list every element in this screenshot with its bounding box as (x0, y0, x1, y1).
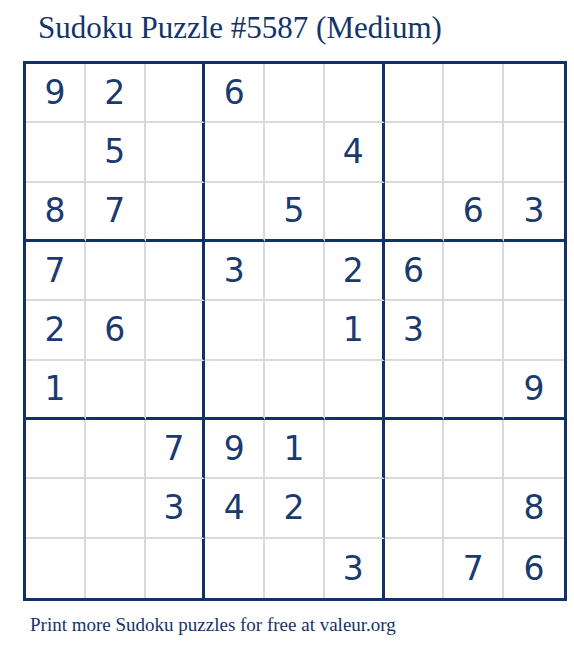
cell-r2c3-empty (146, 123, 206, 182)
cell-r7c1-empty (26, 420, 86, 479)
cell-r1c1-given: 9 (26, 64, 86, 123)
cell-r8c2-empty (86, 479, 146, 538)
cell-r4c1-given: 7 (26, 242, 86, 301)
cell-r7c5-given: 1 (265, 420, 325, 479)
cell-r3c7-empty (385, 183, 445, 242)
cell-r7c6-empty (325, 420, 385, 479)
cell-r9c1-empty (26, 539, 86, 598)
cell-r4c3-empty (146, 242, 206, 301)
cell-r4c9-empty (504, 242, 564, 301)
cell-r2c9-empty (504, 123, 564, 182)
cell-r4c7-given: 6 (385, 242, 445, 301)
cell-r1c7-empty (385, 64, 445, 123)
cell-r2c4-empty (205, 123, 265, 182)
cell-r2c1-empty (26, 123, 86, 182)
cell-r9c3-empty (146, 539, 206, 598)
cell-r7c7-empty (385, 420, 445, 479)
cell-r8c7-empty (385, 479, 445, 538)
cell-r3c2-given: 7 (86, 183, 146, 242)
cell-r3c9-given: 3 (504, 183, 564, 242)
cell-r6c3-empty (146, 361, 206, 420)
cell-r2c5-empty (265, 123, 325, 182)
cell-r5c2-given: 6 (86, 301, 146, 360)
cell-r6c5-empty (265, 361, 325, 420)
cell-r5c7-given: 3 (385, 301, 445, 360)
cell-r1c9-empty (504, 64, 564, 123)
cell-r2c8-empty (444, 123, 504, 182)
cell-r5c6-given: 1 (325, 301, 385, 360)
cell-r6c8-empty (444, 361, 504, 420)
cell-r8c5-given: 2 (265, 479, 325, 538)
cell-r2c6-given: 4 (325, 123, 385, 182)
cell-r4c4-given: 3 (205, 242, 265, 301)
cell-r9c5-empty (265, 539, 325, 598)
cell-r2c7-empty (385, 123, 445, 182)
cell-r5c3-empty (146, 301, 206, 360)
cell-r3c4-empty (205, 183, 265, 242)
cell-r5c4-empty (205, 301, 265, 360)
cell-r1c2-given: 2 (86, 64, 146, 123)
cell-r6c4-empty (205, 361, 265, 420)
sudoku-board: 926548756373262613197913428376 (23, 61, 567, 601)
cell-r6c7-empty (385, 361, 445, 420)
footer-text: Print more Sudoku puzzles for free at va… (30, 614, 396, 636)
page-title: Sudoku Puzzle #5587 (Medium) (38, 10, 442, 46)
cell-r8c6-empty (325, 479, 385, 538)
cell-r8c9-given: 8 (504, 479, 564, 538)
cell-r7c4-given: 9 (205, 420, 265, 479)
cell-r3c6-empty (325, 183, 385, 242)
cell-r5c5-empty (265, 301, 325, 360)
cell-r1c5-empty (265, 64, 325, 123)
cell-r8c4-given: 4 (205, 479, 265, 538)
cell-r6c6-empty (325, 361, 385, 420)
cell-r6c2-empty (86, 361, 146, 420)
cell-r4c2-empty (86, 242, 146, 301)
cell-r9c4-empty (205, 539, 265, 598)
cell-r7c2-empty (86, 420, 146, 479)
cell-r6c9-given: 9 (504, 361, 564, 420)
sudoku-print-page: Sudoku Puzzle #5587 (Medium) 92654875637… (0, 0, 574, 651)
cell-r7c9-empty (504, 420, 564, 479)
cell-r4c5-empty (265, 242, 325, 301)
cell-r2c2-given: 5 (86, 123, 146, 182)
cell-r5c9-empty (504, 301, 564, 360)
cell-r9c8-given: 7 (444, 539, 504, 598)
cell-r4c6-given: 2 (325, 242, 385, 301)
cell-r8c1-empty (26, 479, 86, 538)
cell-r3c1-given: 8 (26, 183, 86, 242)
cell-r9c6-given: 3 (325, 539, 385, 598)
cell-r3c8-given: 6 (444, 183, 504, 242)
cell-r1c4-given: 6 (205, 64, 265, 123)
cell-r9c2-empty (86, 539, 146, 598)
cell-r5c1-given: 2 (26, 301, 86, 360)
cell-r1c6-empty (325, 64, 385, 123)
cell-r9c7-empty (385, 539, 445, 598)
cell-r6c1-given: 1 (26, 361, 86, 420)
cell-r3c5-given: 5 (265, 183, 325, 242)
cell-r9c9-given: 6 (504, 539, 564, 598)
cell-r8c8-empty (444, 479, 504, 538)
cell-r1c8-empty (444, 64, 504, 123)
cell-r1c3-empty (146, 64, 206, 123)
cell-r4c8-empty (444, 242, 504, 301)
cell-r7c3-given: 7 (146, 420, 206, 479)
cell-r5c8-empty (444, 301, 504, 360)
cell-r8c3-given: 3 (146, 479, 206, 538)
cell-r3c3-empty (146, 183, 206, 242)
cell-r7c8-empty (444, 420, 504, 479)
